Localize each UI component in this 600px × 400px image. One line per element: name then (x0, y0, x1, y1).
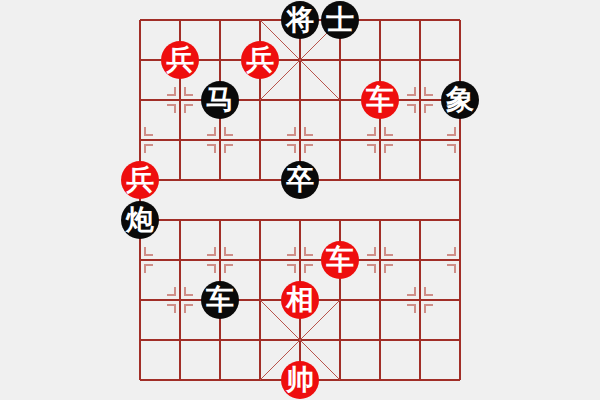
piece-black-cannon[interactable]: 炮 (121, 201, 159, 239)
piece-red-soldier[interactable]: 兵 (161, 41, 199, 79)
piece-black-general[interactable]: 将 (281, 1, 319, 39)
piece-red-chariot[interactable]: 车 (361, 81, 399, 119)
piece-black-advisor[interactable]: 士 (321, 1, 359, 39)
piece-grid: 将士兵兵马车象兵卒炮车车相帅 (120, 0, 480, 400)
piece-black-horse[interactable]: 马 (201, 81, 239, 119)
piece-black-chariot[interactable]: 车 (201, 281, 239, 319)
piece-red-chariot[interactable]: 车 (321, 241, 359, 279)
piece-red-soldier[interactable]: 兵 (121, 161, 159, 199)
app-background: 将士兵兵马车象兵卒炮车车相帅 (0, 0, 600, 400)
piece-red-general[interactable]: 帅 (281, 361, 319, 399)
piece-black-soldier[interactable]: 卒 (281, 161, 319, 199)
piece-red-elephant[interactable]: 相 (281, 281, 319, 319)
piece-red-soldier[interactable]: 兵 (241, 41, 279, 79)
piece-black-elephant[interactable]: 象 (441, 81, 479, 119)
